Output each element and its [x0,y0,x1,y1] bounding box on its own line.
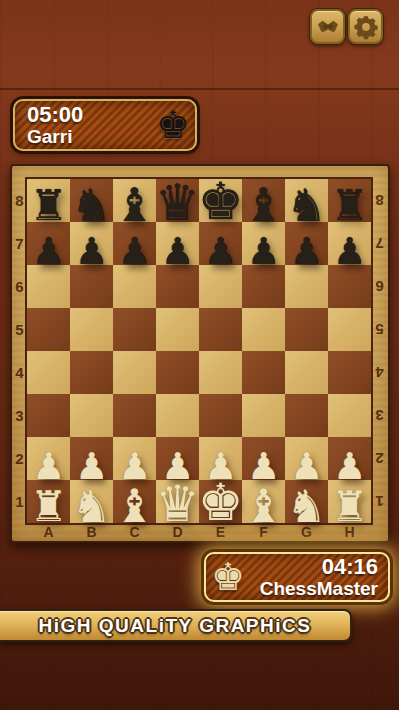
square-e8[interactable]: ♚ [199,179,242,222]
white-queen-d1[interactable]: ♛ [155,481,200,527]
rank-label-left-2: 2 [12,437,27,480]
handshake-icon [316,15,340,39]
square-d2[interactable]: ♟ [156,437,199,480]
rank-label-left-5: 5 [12,308,27,351]
square-g3[interactable] [285,394,328,437]
square-a4[interactable] [27,351,70,394]
promo-banner: HiGH QUALiTY GRAPHiCS [0,609,352,642]
white-rook-a1[interactable]: ♜ [30,488,68,527]
black-pawn-h7[interactable]: ♟ [333,235,366,269]
draw-offer-button[interactable] [310,9,345,44]
square-f1[interactable]: ♝ [242,480,285,523]
black-pawn-f7[interactable]: ♟ [247,235,280,269]
settings-button[interactable] [348,9,383,44]
square-b1[interactable]: ♞ [70,480,113,523]
square-b5[interactable] [70,308,113,351]
black-knight-g8[interactable]: ♞ [286,185,326,226]
black-pawn-c7[interactable]: ♟ [118,235,151,269]
player-badge-white: ♚ 04:16 ChessMaster [204,552,390,602]
gear-icon [353,14,379,40]
rank-labels-left: 87654321 [12,179,27,523]
rank-label-left-6: 6 [12,265,27,308]
black-pawn-g7[interactable]: ♟ [290,235,323,269]
rank-label-left-7: 7 [12,222,27,265]
square-g1[interactable]: ♞ [285,480,328,523]
wood-seam [0,88,399,90]
square-h8[interactable]: ♜ [328,179,371,222]
square-a8[interactable]: ♜ [27,179,70,222]
black-queen-d8[interactable]: ♛ [155,180,200,226]
white-king-icon: ♚ [206,558,250,596]
rank-label-right-5: 5 [371,308,388,351]
black-bishop-c8[interactable]: ♝ [114,184,155,226]
black-pawn-a7[interactable]: ♟ [32,235,65,269]
square-d3[interactable] [156,394,199,437]
square-f5[interactable] [242,308,285,351]
square-d8[interactable]: ♛ [156,179,199,222]
square-f3[interactable] [242,394,285,437]
black-rook-h8[interactable]: ♜ [331,187,369,226]
square-b4[interactable] [70,351,113,394]
square-c4[interactable] [113,351,156,394]
square-a5[interactable] [27,308,70,351]
white-bishop-c1[interactable]: ♝ [114,485,155,527]
square-g2[interactable]: ♟ [285,437,328,480]
rank-label-right-8: 8 [371,179,388,222]
square-c2[interactable]: ♟ [113,437,156,480]
rank-label-right-3: 3 [371,394,388,437]
rank-label-right-4: 4 [371,351,388,394]
rank-label-right-6: 6 [371,265,388,308]
square-a2[interactable]: ♟ [27,437,70,480]
square-e4[interactable] [199,351,242,394]
white-rook-h1[interactable]: ♜ [331,488,369,527]
square-b3[interactable] [70,394,113,437]
player-badge-black: 05:00 Garri ♚ [13,99,197,151]
square-h2[interactable]: ♟ [328,437,371,480]
rank-label-left-1: 1 [12,480,27,523]
white-player-name: ChessMaster [260,579,378,600]
square-d1[interactable]: ♛ [156,480,199,523]
square-b2[interactable]: ♟ [70,437,113,480]
rank-label-right-2: 2 [371,437,388,480]
square-e3[interactable] [199,394,242,437]
square-g8[interactable]: ♞ [285,179,328,222]
rank-label-left-4: 4 [12,351,27,394]
black-clock: 05:00 [27,103,83,127]
white-pawn-h2[interactable]: ♟ [333,450,366,484]
black-pawn-e7[interactable]: ♟ [204,235,237,269]
square-e5[interactable] [199,308,242,351]
square-g5[interactable] [285,308,328,351]
square-b8[interactable]: ♞ [70,179,113,222]
banner-text: HiGH QUALiTY GRAPHiCS [39,615,312,637]
square-h4[interactable] [328,351,371,394]
board-grid: ♜♞♝♛♚♝♞♜♟♟♟♟♟♟♟♟♟♟♟♟♟♟♟♟♜♞♝♛♚♝♞♜ [27,179,371,523]
app-screen: 05:00 Garri ♚ 87654321 ♜♞♝♛♚♝♞♜♟♟♟♟♟♟♟♟♟… [0,0,399,710]
white-clock: 04:16 [322,555,378,579]
black-pawn-d7[interactable]: ♟ [161,235,194,269]
white-knight-g1[interactable]: ♞ [286,486,326,527]
black-rook-a8[interactable]: ♜ [30,187,68,226]
black-king-icon: ♚ [151,106,195,144]
black-player-name: Garri [27,127,72,148]
square-h3[interactable] [328,394,371,437]
white-knight-b1[interactable]: ♞ [71,486,111,527]
black-bishop-f8[interactable]: ♝ [243,184,284,226]
white-king-e1[interactable]: ♚ [198,480,244,527]
rank-labels-right: 87654321 [371,179,388,523]
square-f4[interactable] [242,351,285,394]
square-a3[interactable] [27,394,70,437]
white-bishop-f1[interactable]: ♝ [243,485,284,527]
square-a1[interactable]: ♜ [27,480,70,523]
black-king-e8[interactable]: ♚ [198,179,244,226]
square-c8[interactable]: ♝ [113,179,156,222]
square-d5[interactable] [156,308,199,351]
square-c5[interactable] [113,308,156,351]
rank-label-left-8: 8 [12,179,27,222]
square-g4[interactable] [285,351,328,394]
square-h1[interactable]: ♜ [328,480,371,523]
black-knight-b8[interactable]: ♞ [71,185,111,226]
square-h5[interactable] [328,308,371,351]
square-c1[interactable]: ♝ [113,480,156,523]
square-c3[interactable] [113,394,156,437]
square-f8[interactable]: ♝ [242,179,285,222]
rank-label-left-3: 3 [12,394,27,437]
rank-label-right-1: 1 [371,480,388,523]
square-f2[interactable]: ♟ [242,437,285,480]
square-e1[interactable]: ♚ [199,480,242,523]
black-pawn-b7[interactable]: ♟ [75,235,108,269]
rank-label-right-7: 7 [371,222,388,265]
chess-board: 87654321 ♜♞♝♛♚♝♞♜♟♟♟♟♟♟♟♟♟♟♟♟♟♟♟♟♜♞♝♛♚♝♞… [10,164,390,543]
square-d4[interactable] [156,351,199,394]
white-pawn-a2[interactable]: ♟ [32,450,65,484]
